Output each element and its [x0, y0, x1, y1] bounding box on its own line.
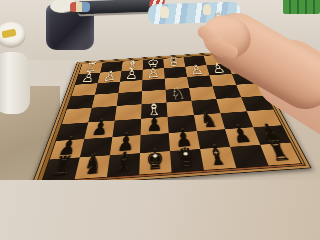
black-bishop-f8[interactable]: ♝ — [107, 147, 140, 178]
trash-contents — [70, 2, 90, 12]
square-d8[interactable]: ♛ — [170, 149, 204, 172]
black-knight-g8[interactable]: ♞ — [74, 149, 110, 180]
towel-roll — [0, 52, 30, 114]
square-a8[interactable]: ♜ — [260, 143, 301, 166]
square-g8[interactable]: ♞ — [75, 155, 110, 179]
black-king-e8[interactable]: ♚ — [139, 145, 171, 176]
square-e8[interactable]: ♚ — [139, 151, 171, 174]
square-f8[interactable]: ♝ — [107, 153, 140, 176]
captured-white-piece — [160, 6, 169, 18]
green-crate — [283, 0, 320, 14]
